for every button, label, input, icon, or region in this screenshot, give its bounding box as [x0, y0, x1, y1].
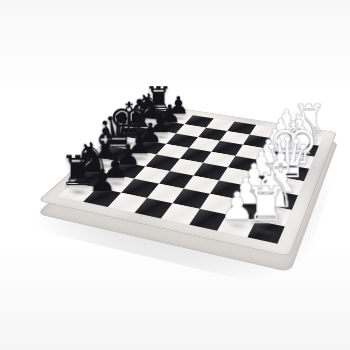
chess-board: ♜♟♟♜♞♟♟♞♝♟♟♝♚♟♟♚♛♟♟♛♝♟♟♝♞♟♟♞♜♟♟♜ [38, 103, 338, 257]
perspective-scene: ♜♟♟♜♞♟♟♞♝♟♟♝♚♟♟♚♛♟♟♛♝♟♟♝♞♟♟♞♜♟♟♜ [0, 0, 350, 350]
piece-white-rook: ♜ [230, 181, 303, 232]
product-photo-background: ♜♟♟♜♞♟♟♞♝♟♟♝♚♟♟♚♛♟♟♛♝♟♟♝♞♟♟♞♜♟♟♜ [0, 0, 350, 350]
piece-black-pawn: ♟ [69, 166, 135, 197]
